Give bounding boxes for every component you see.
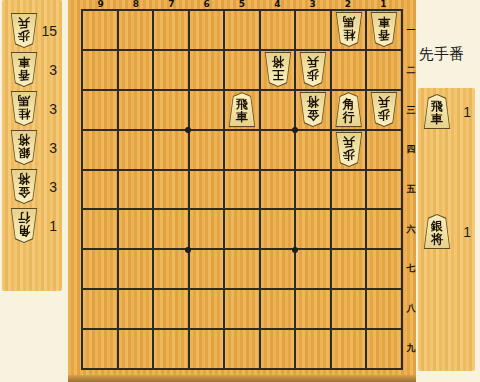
- rank-label-5: 五: [405, 170, 417, 210]
- piece-kanji: 歩兵: [306, 55, 320, 81]
- square-7-7[interactable]: [154, 250, 188, 288]
- piece-kanji: 銀将: [17, 133, 31, 159]
- square-3-8[interactable]: [296, 290, 330, 328]
- square-6-5[interactable]: [190, 171, 224, 209]
- square-7-6[interactable]: [154, 210, 188, 248]
- square-9-4[interactable]: [83, 131, 117, 169]
- file-label-7: 7: [154, 0, 189, 9]
- gote-silver-piece[interactable]: 銀将: [9, 130, 39, 165]
- file-label-2: 2: [330, 0, 365, 9]
- gote-hand-gold-count: 3: [49, 179, 57, 195]
- piece-kanji: 歩兵: [342, 135, 356, 161]
- rank-label-2: 二: [405, 51, 417, 91]
- square-9-6[interactable]: [83, 210, 117, 248]
- square-2-2[interactable]: [332, 51, 366, 89]
- square-8-3[interactable]: [119, 91, 153, 129]
- piece-kanji: 香車: [377, 15, 391, 41]
- square-3-1[interactable]: [296, 11, 330, 49]
- square-2-9[interactable]: [332, 330, 366, 368]
- sente-bishop-piece[interactable]: 角行: [334, 92, 364, 127]
- gote-hand-gold[interactable]: 金将3: [2, 167, 62, 206]
- turn-indicator: 先手番: [419, 45, 479, 64]
- square-1-9[interactable]: [367, 330, 401, 368]
- file-label-4: 4: [260, 0, 295, 9]
- square-7-4[interactable]: [154, 131, 188, 169]
- square-2-6[interactable]: [332, 210, 366, 248]
- gote-lance-piece[interactable]: 香車: [369, 12, 399, 47]
- hoshi-dot: [185, 247, 191, 253]
- square-3-3[interactable]: 金将: [296, 91, 330, 129]
- square-5-5[interactable]: [225, 171, 259, 209]
- square-9-7[interactable]: [83, 250, 117, 288]
- gote-king-piece[interactable]: 王将: [263, 52, 293, 87]
- square-2-7[interactable]: [332, 250, 366, 288]
- gote-knight-piece[interactable]: 桂馬: [334, 12, 364, 47]
- piece-kanji: 金将: [306, 95, 320, 121]
- square-7-2[interactable]: [154, 51, 188, 89]
- piece-kanji: 桂馬: [17, 94, 31, 120]
- square-1-4[interactable]: [367, 131, 401, 169]
- file-label-5: 5: [224, 0, 259, 9]
- piece-kanji: 角行: [342, 98, 356, 124]
- piece-kanji: 王将: [271, 55, 285, 81]
- square-4-3[interactable]: [261, 91, 295, 129]
- gote-lance-piece[interactable]: 香車: [9, 52, 39, 87]
- square-5-1[interactable]: [225, 11, 259, 49]
- square-5-9[interactable]: [225, 330, 259, 368]
- gote-hand-silver-count: 3: [49, 140, 57, 156]
- hoshi-dot: [292, 247, 298, 253]
- square-1-1[interactable]: 香車: [367, 11, 401, 49]
- square-1-6[interactable]: [367, 210, 401, 248]
- rank-label-8: 八: [405, 289, 417, 329]
- square-5-7[interactable]: [225, 250, 259, 288]
- square-4-7[interactable]: [261, 250, 295, 288]
- piece-kanji: 銀将: [430, 220, 444, 246]
- square-9-5[interactable]: [83, 171, 117, 209]
- gote-hand-pawn[interactable]: 歩兵15: [2, 11, 62, 50]
- piece-kanji: 歩兵: [377, 95, 391, 121]
- square-1-7[interactable]: [367, 250, 401, 288]
- square-5-2[interactable]: [225, 51, 259, 89]
- square-7-9[interactable]: [154, 330, 188, 368]
- square-9-8[interactable]: [83, 290, 117, 328]
- piece-kanji: 金将: [17, 172, 31, 198]
- square-5-6[interactable]: [225, 210, 259, 248]
- square-2-4[interactable]: 歩兵: [332, 131, 366, 169]
- gote-hand-lance[interactable]: 香車3: [2, 50, 62, 89]
- file-label-8: 8: [118, 0, 153, 9]
- square-3-2[interactable]: 歩兵: [296, 51, 330, 89]
- hoshi-dot: [292, 127, 298, 133]
- rank-label-9: 九: [405, 328, 417, 368]
- square-4-5[interactable]: [261, 171, 295, 209]
- hoshi-dot: [185, 127, 191, 133]
- piece-kanji: 飛車: [430, 100, 444, 126]
- square-8-2[interactable]: [119, 51, 153, 89]
- piece-kanji: 香車: [17, 55, 31, 81]
- gote-pawn-piece[interactable]: 歩兵: [334, 132, 364, 167]
- square-4-4[interactable]: [261, 131, 295, 169]
- rank-label-4: 四: [405, 130, 417, 170]
- rank-label-3: 三: [405, 90, 417, 130]
- sente-hand-rook[interactable]: 飛車1: [418, 94, 475, 129]
- square-4-9[interactable]: [261, 330, 295, 368]
- square-7-1[interactable]: [154, 11, 188, 49]
- square-9-3[interactable]: [83, 91, 117, 129]
- square-3-7[interactable]: [296, 250, 330, 288]
- square-2-3[interactable]: 角行: [332, 91, 366, 129]
- square-8-9[interactable]: [119, 330, 153, 368]
- square-6-3[interactable]: [190, 91, 224, 129]
- square-8-7[interactable]: [119, 250, 153, 288]
- square-8-5[interactable]: [119, 171, 153, 209]
- square-7-5[interactable]: [154, 171, 188, 209]
- sente-rook-piece[interactable]: 飛車: [422, 94, 452, 129]
- square-4-1[interactable]: [261, 11, 295, 49]
- piece-kanji: 桂馬: [342, 15, 356, 41]
- sente-hand-tray: 飛車1銀将1: [418, 88, 475, 371]
- square-3-5[interactable]: [296, 171, 330, 209]
- square-6-1[interactable]: [190, 11, 224, 49]
- file-label-3: 3: [295, 0, 330, 9]
- sente-silver-piece[interactable]: 銀将: [422, 214, 452, 249]
- square-3-6[interactable]: [296, 210, 330, 248]
- square-8-1[interactable]: [119, 11, 153, 49]
- piece-kanji: 歩兵: [17, 16, 31, 42]
- square-8-4[interactable]: [119, 131, 153, 169]
- gote-pawn-piece[interactable]: 歩兵: [369, 92, 399, 127]
- gote-hand-pawn-count: 15: [41, 23, 57, 39]
- sente-hand-silver[interactable]: 銀将1: [418, 214, 475, 249]
- square-5-8[interactable]: [225, 290, 259, 328]
- square-1-8[interactable]: [367, 290, 401, 328]
- rank-label-1: 一: [405, 11, 417, 51]
- piece-kanji: 角行: [17, 211, 31, 237]
- sente-hand-silver-count: 1: [463, 224, 471, 240]
- square-1-2[interactable]: [367, 51, 401, 89]
- gote-gold-piece[interactable]: 金将: [9, 169, 39, 204]
- square-5-3[interactable]: 飛車: [225, 91, 259, 129]
- gote-pawn-piece[interactable]: 歩兵: [298, 52, 328, 87]
- rank-label-6: 六: [405, 209, 417, 249]
- square-6-6[interactable]: [190, 210, 224, 248]
- square-6-7[interactable]: [190, 250, 224, 288]
- square-4-8[interactable]: [261, 290, 295, 328]
- gote-bishop-piece[interactable]: 角行: [9, 208, 39, 243]
- square-8-6[interactable]: [119, 210, 153, 248]
- square-4-6[interactable]: [261, 210, 295, 248]
- gote-hand-knight-count: 3: [49, 101, 57, 117]
- square-9-9[interactable]: [83, 330, 117, 368]
- square-4-2[interactable]: 王将: [261, 51, 295, 89]
- square-6-9[interactable]: [190, 330, 224, 368]
- gote-hand-tray: 歩兵15香車3桂馬3銀将3金将3角行1: [2, 0, 62, 291]
- square-9-2[interactable]: [83, 51, 117, 89]
- square-6-2[interactable]: [190, 51, 224, 89]
- shogi-board: 987654321 桂馬香車王将歩兵飛車金将角行歩兵歩兵 一二三四五六七八九: [68, 0, 416, 382]
- square-7-8[interactable]: [154, 290, 188, 328]
- gote-pawn-piece[interactable]: 歩兵: [9, 13, 39, 48]
- rank-labels: 一二三四五六七八九: [405, 11, 417, 368]
- square-3-4[interactable]: [296, 131, 330, 169]
- square-5-4[interactable]: [225, 131, 259, 169]
- square-2-1[interactable]: 桂馬: [332, 11, 366, 49]
- square-1-3[interactable]: 歩兵: [367, 91, 401, 129]
- sente-rook-piece[interactable]: 飛車: [227, 92, 257, 127]
- gote-knight-piece[interactable]: 桂馬: [9, 91, 39, 126]
- piece-kanji: 飛車: [235, 98, 249, 124]
- board-grid: 桂馬香車王将歩兵飛車金将角行歩兵歩兵: [81, 9, 403, 370]
- rank-label-7: 七: [405, 249, 417, 289]
- square-1-5[interactable]: [367, 171, 401, 209]
- square-7-3[interactable]: [154, 91, 188, 129]
- square-2-8[interactable]: [332, 290, 366, 328]
- file-label-9: 9: [83, 0, 118, 9]
- gote-hand-lance-count: 3: [49, 62, 57, 78]
- file-label-6: 6: [189, 0, 224, 9]
- square-3-9[interactable]: [296, 330, 330, 368]
- gote-hand-bishop-count: 1: [49, 218, 57, 234]
- gote-hand-silver[interactable]: 銀将3: [2, 128, 62, 167]
- gote-hand-bishop[interactable]: 角行1: [2, 206, 62, 245]
- gote-gold-piece[interactable]: 金将: [298, 92, 328, 127]
- square-6-4[interactable]: [190, 131, 224, 169]
- square-2-5[interactable]: [332, 171, 366, 209]
- square-9-1[interactable]: [83, 11, 117, 49]
- square-6-8[interactable]: [190, 290, 224, 328]
- file-labels: 987654321: [83, 0, 401, 9]
- file-label-1: 1: [366, 0, 401, 9]
- gote-hand-knight[interactable]: 桂馬3: [2, 89, 62, 128]
- sente-hand-rook-count: 1: [463, 104, 471, 120]
- square-8-8[interactable]: [119, 290, 153, 328]
